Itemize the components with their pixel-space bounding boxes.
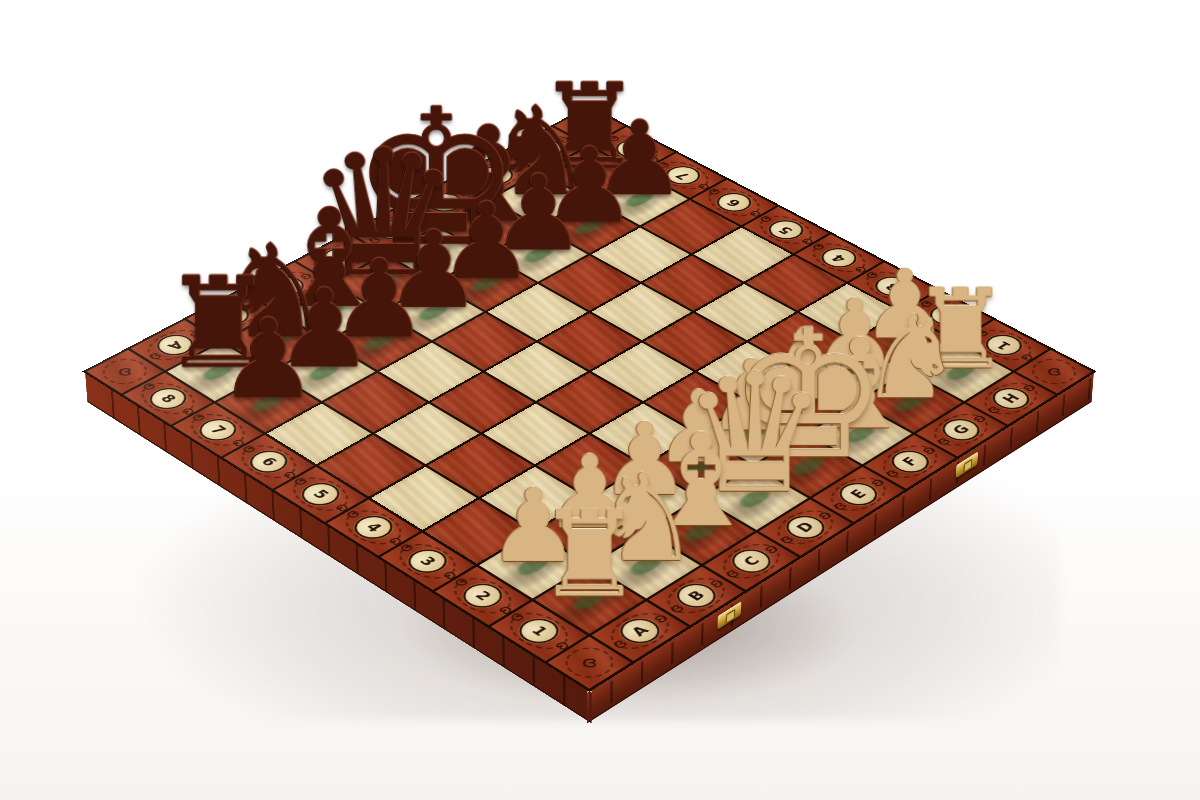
coordinate-label-disc: C <box>724 545 778 578</box>
coordinate-label-text: 5 <box>776 224 795 235</box>
coordinate-label-text: G <box>486 170 507 181</box>
scroll-ornament-icon: ʚ <box>1018 381 1040 393</box>
scroll-ornament-icon: ɞ <box>1046 365 1062 378</box>
coordinate-label-disc: G <box>935 415 987 445</box>
coordinate-label-disc: A <box>612 614 667 648</box>
scroll-ornament-icon: ʚ <box>918 444 940 457</box>
coordinate-label-text: 7 <box>673 170 692 180</box>
scroll-ornament-icon: ɞ <box>117 365 133 378</box>
coordinate-label-text: C <box>276 281 296 292</box>
scroll-ornament-icon: ɞ <box>144 350 165 362</box>
scroll-ornament-icon: ʚ <box>813 509 835 522</box>
coordinate-label-disc: F <box>884 446 936 477</box>
coordinate-label-text: H <box>1000 392 1022 405</box>
coordinate-label-text: C <box>740 554 762 567</box>
scroll-ornament-icon: ʚ <box>760 542 783 556</box>
brass-clasp-icon <box>956 451 978 478</box>
coordinate-label-text: D <box>330 252 351 264</box>
coordinate-label-text: G <box>950 423 972 436</box>
scroll-ornament-icon: ɞ <box>807 241 828 252</box>
coordinate-label-text: A <box>628 624 651 638</box>
coordinate-label-text: 4 <box>829 252 849 263</box>
coordinate-label-text: 4 <box>363 521 385 534</box>
coordinate-label-disc: D <box>779 511 832 543</box>
coordinate-label-text: B <box>685 589 708 603</box>
coordinate-label-text: E <box>383 224 402 235</box>
coordinate-label-text: 7 <box>207 424 228 436</box>
coordinate-label-text: 8 <box>623 144 642 154</box>
black-pawn-glyph: ♟ <box>219 314 318 408</box>
brass-clasp-icon <box>718 601 742 629</box>
coordinate-label-text: 5 <box>310 488 331 501</box>
coordinate-label-text: 6 <box>724 197 743 207</box>
scroll-ornament-icon: ɞ <box>581 655 597 670</box>
scroll-ornament-icon: ɞ <box>720 567 743 581</box>
coordinate-label-disc: 4 <box>347 511 400 543</box>
scene: ɞɞAʚɞBʚɞCʚɞDʚɞEʚɞFʚɞGʚɞHʚɞɞ8ʚ♜♞♝♛♚♝♞♜ɞ8ʚ… <box>0 0 1200 800</box>
white-rook-glyph: ♜ <box>537 505 643 605</box>
coordinate-label-text: 2 <box>472 589 494 602</box>
scroll-ornament-icon: ʚ <box>1016 351 1037 363</box>
coordinate-label-text: F <box>900 455 921 467</box>
coordinate-label-disc: E <box>832 478 885 510</box>
coordinate-label-text: D <box>794 520 817 534</box>
coordinate-label-text: 1 <box>528 624 550 638</box>
coordinate-label-text: F <box>435 197 454 207</box>
coordinate-label-text: H <box>536 143 557 154</box>
coordinate-label-text: 6 <box>258 455 279 467</box>
coordinate-label-disc: 5 <box>294 478 347 510</box>
coordinate-label-text: 1 <box>994 339 1014 351</box>
scroll-ornament-icon: ɞ <box>583 120 596 131</box>
coordinate-label-disc: 3 <box>401 545 455 578</box>
scroll-ornament-icon: ɞ <box>704 186 724 197</box>
coordinate-label-disc: B <box>669 579 724 613</box>
scroll-ornament-icon: ʚ <box>177 405 198 417</box>
coordinate-label-text: A <box>165 339 186 351</box>
coordinate-label-text: E <box>848 488 869 501</box>
scroll-ornament-icon: ɞ <box>755 213 775 224</box>
coordinate-label-text: 3 <box>417 555 439 568</box>
coordinate-label-disc: H <box>985 384 1036 414</box>
scroll-ornament-icon: ɞ <box>238 442 259 455</box>
coordinate-label-disc: 6 <box>243 446 295 477</box>
coordinate-label-text: 8 <box>158 393 179 405</box>
scroll-ornament-icon: ɞ <box>775 533 797 546</box>
